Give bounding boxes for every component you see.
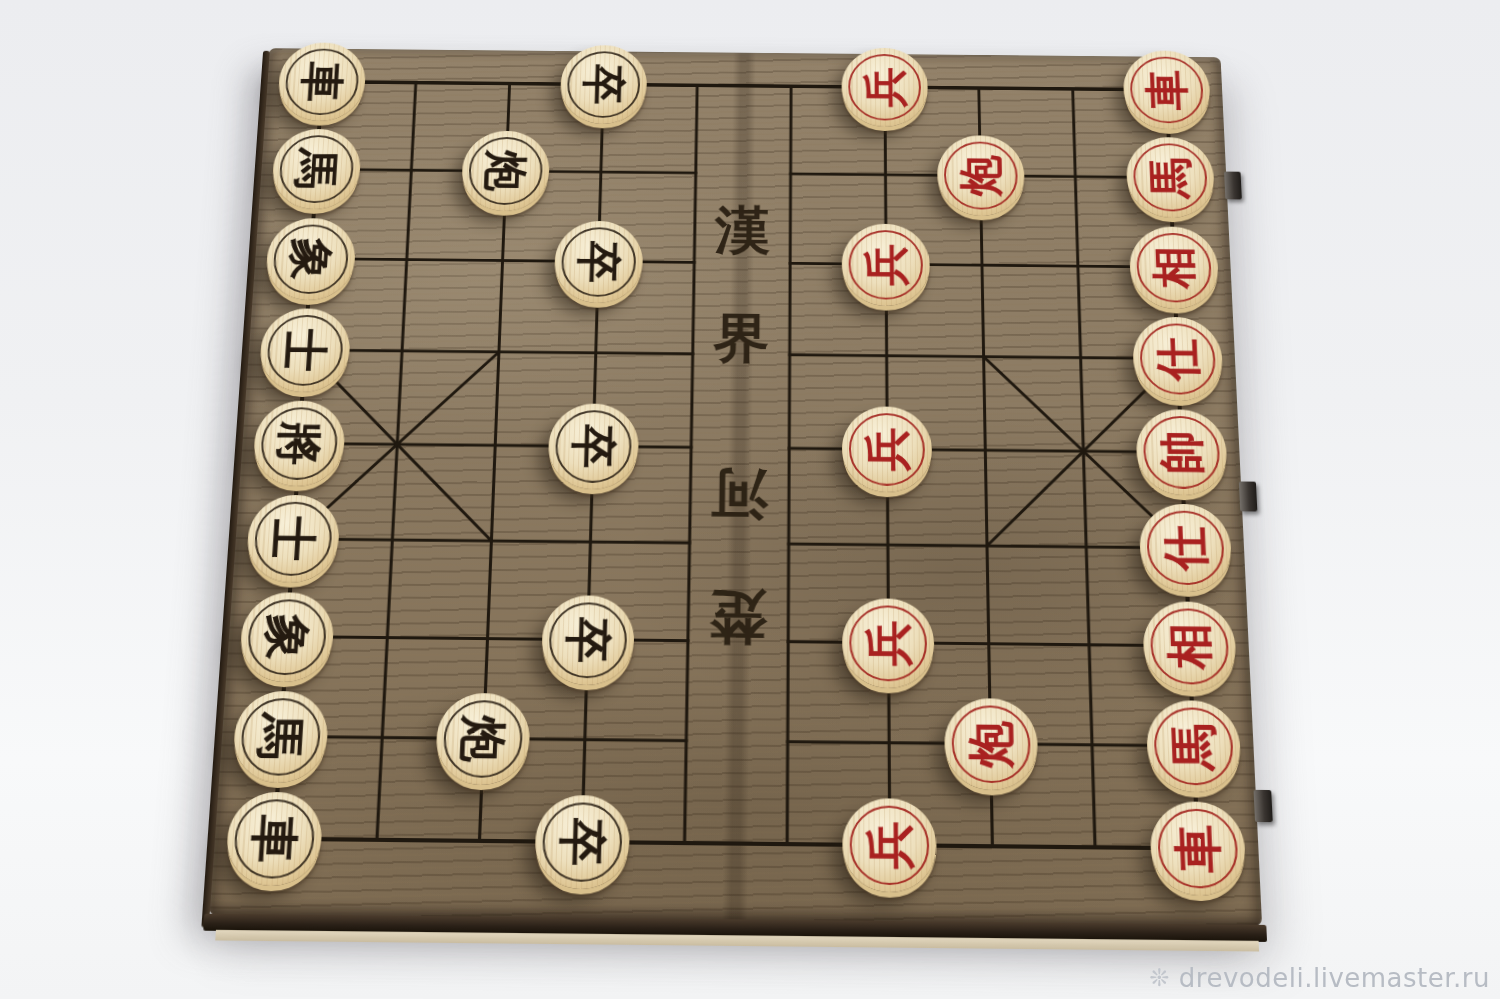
piece-glyph: 馬 bbox=[293, 149, 340, 190]
piece-glyph: 炮 bbox=[966, 720, 1014, 767]
river-label: 漢 bbox=[713, 199, 770, 260]
piece-glyph: 炮 bbox=[958, 155, 1003, 196]
piece-glyph: 卒 bbox=[557, 818, 606, 866]
board-grid: 漢界河楚 bbox=[209, 48, 1263, 926]
piece-glyph: 車 bbox=[299, 62, 345, 103]
hinge-icon bbox=[1239, 481, 1258, 511]
piece-glyph: 將 bbox=[275, 421, 324, 465]
piece-glyph: 帥 bbox=[1158, 430, 1206, 474]
piece-red-soldier[interactable]: 兵 bbox=[842, 48, 929, 127]
hinge-icon bbox=[1254, 790, 1273, 822]
piece-glyph: 馬 bbox=[1147, 157, 1193, 198]
piece-glyph: 炮 bbox=[459, 715, 508, 762]
piece-glyph: 士 bbox=[269, 516, 318, 561]
piece-glyph: 相 bbox=[1151, 246, 1198, 288]
piece-glyph: 仕 bbox=[1154, 337, 1201, 380]
river-label: 楚 bbox=[708, 584, 768, 651]
river-label: 河 bbox=[711, 462, 770, 527]
snowflake-icon: ❊ bbox=[1149, 964, 1170, 992]
piece-red-soldier[interactable]: 兵 bbox=[842, 406, 932, 493]
piece-glyph: 車 bbox=[1144, 70, 1190, 111]
piece-glyph: 車 bbox=[249, 815, 300, 863]
piece-glyph: 馬 bbox=[1169, 722, 1218, 769]
photo-backdrop: 漢界河楚 車馬象士將士象馬車炮炮卒卒卒卒卒兵兵兵兵兵炮炮車馬相仕帥仕相馬車 ❊ … bbox=[0, 0, 1500, 999]
piece-glyph: 兵 bbox=[865, 620, 912, 666]
watermark-link[interactable]: ❊ drevodeli.livemaster.ru bbox=[1149, 963, 1490, 993]
piece-glyph: 卒 bbox=[570, 424, 617, 468]
piece-glyph: 象 bbox=[262, 613, 312, 659]
piece-glyph: 兵 bbox=[864, 243, 909, 285]
piece-glyph: 卒 bbox=[581, 64, 626, 105]
piece-glyph: 兵 bbox=[866, 821, 914, 870]
piece-glyph: 車 bbox=[1173, 824, 1223, 873]
board-perspective-wrapper: 漢界河楚 車馬象士將士象馬車炮炮卒卒卒卒卒兵兵兵兵兵炮炮車馬相仕帥仕相馬車 bbox=[209, 48, 1263, 926]
piece-glyph: 兵 bbox=[863, 67, 907, 108]
piece-glyph: 相 bbox=[1165, 623, 1214, 669]
piece-glyph: 士 bbox=[281, 328, 329, 371]
piece-glyph: 炮 bbox=[483, 150, 529, 191]
piece-black-soldier[interactable]: 卒 bbox=[553, 220, 643, 303]
piece-glyph: 卒 bbox=[575, 240, 621, 282]
piece-glyph: 卒 bbox=[564, 617, 612, 663]
xiangqi-board: 漢界河楚 車馬象士將士象馬車炮炮卒卒卒卒卒兵兵兵兵兵炮炮車馬相仕帥仕相馬車 bbox=[209, 48, 1263, 926]
piece-glyph: 兵 bbox=[864, 427, 910, 471]
piece-glyph: 仕 bbox=[1161, 525, 1209, 570]
piece-glyph: 馬 bbox=[256, 713, 306, 760]
piece-glyph: 象 bbox=[287, 238, 334, 280]
watermark-text: drevodeli.livemaster.ru bbox=[1179, 963, 1490, 993]
hinge-icon bbox=[1224, 172, 1242, 200]
river-label: 界 bbox=[713, 307, 770, 370]
